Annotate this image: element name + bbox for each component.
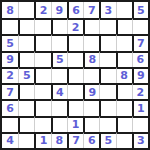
cell-r2c8[interactable] [116, 18, 132, 34]
cell-r6c3[interactable] [34, 83, 50, 99]
cell-r1c1[interactable]: 8 [2, 2, 18, 18]
cell-r6c2[interactable] [18, 83, 34, 99]
cell-r8c2[interactable] [18, 116, 34, 132]
cell-r9c2[interactable] [18, 132, 34, 148]
cell-r1c5[interactable]: 6 [67, 2, 83, 18]
cell-r7c7[interactable] [99, 99, 115, 115]
cell-r1c7[interactable]: 3 [99, 2, 115, 18]
cell-r7c8[interactable] [116, 99, 132, 115]
cell-r7c2[interactable] [18, 99, 34, 115]
cell-r3c3[interactable] [34, 34, 50, 50]
cell-r9c1[interactable]: 4 [2, 132, 18, 148]
cell-r8c9[interactable] [132, 116, 148, 132]
cell-r3c5[interactable] [67, 34, 83, 50]
cell-r7c4[interactable] [51, 99, 67, 115]
cell-r4c5[interactable] [67, 51, 83, 67]
cell-r8c3[interactable] [34, 116, 50, 132]
cell-r4c7[interactable] [99, 51, 115, 67]
cell-r6c7[interactable] [99, 83, 115, 99]
cell-r1c2[interactable] [18, 2, 34, 18]
cell-r5c7[interactable] [99, 67, 115, 83]
cell-r9c5[interactable]: 7 [67, 132, 83, 148]
cell-r2c2[interactable] [18, 18, 34, 34]
cell-r1c6[interactable]: 7 [83, 2, 99, 18]
cell-r8c1[interactable] [2, 116, 18, 132]
cell-r1c4[interactable]: 9 [51, 2, 67, 18]
cell-r6c4[interactable]: 4 [51, 83, 67, 99]
cell-r5c6[interactable] [83, 67, 99, 83]
cell-r8c6[interactable] [83, 116, 99, 132]
cell-r2c7[interactable] [99, 18, 115, 34]
cell-r9c8[interactable] [116, 132, 132, 148]
cell-r2c4[interactable] [51, 18, 67, 34]
cell-r1c8[interactable] [116, 2, 132, 18]
cell-r7c9[interactable]: 1 [132, 99, 148, 115]
cell-r8c5[interactable]: 1 [67, 116, 83, 132]
cell-r9c4[interactable]: 8 [51, 132, 67, 148]
cell-r4c6[interactable]: 8 [83, 51, 99, 67]
cell-r2c9[interactable] [132, 18, 148, 34]
cell-r5c8[interactable]: 8 [116, 67, 132, 83]
cell-r8c4[interactable] [51, 116, 67, 132]
cell-r4c8[interactable] [116, 51, 132, 67]
cell-r3c1[interactable]: 5 [2, 34, 18, 50]
cell-r7c5[interactable] [67, 99, 83, 115]
cell-r5c1[interactable]: 2 [2, 67, 18, 83]
cell-r8c8[interactable] [116, 116, 132, 132]
cell-r3c6[interactable] [83, 34, 99, 50]
cell-r9c3[interactable]: 1 [34, 132, 50, 148]
cell-r7c3[interactable] [34, 99, 50, 115]
cell-r4c9[interactable]: 6 [132, 51, 148, 67]
cell-r2c5[interactable]: 2 [67, 18, 83, 34]
cell-r9c9[interactable]: 3 [132, 132, 148, 148]
cell-r4c1[interactable]: 9 [2, 51, 18, 67]
cell-r7c1[interactable]: 6 [2, 99, 18, 115]
cell-r3c8[interactable] [116, 34, 132, 50]
cell-r6c5[interactable] [67, 83, 83, 99]
cell-r3c4[interactable] [51, 34, 67, 50]
cell-r1c3[interactable]: 2 [34, 2, 50, 18]
cell-r5c3[interactable] [34, 67, 50, 83]
cell-r9c7[interactable]: 5 [99, 132, 115, 148]
cell-r4c4[interactable]: 5 [51, 51, 67, 67]
cell-r3c2[interactable] [18, 34, 34, 50]
cell-r3c7[interactable] [99, 34, 115, 50]
cell-r4c3[interactable] [34, 51, 50, 67]
cell-r7c6[interactable] [83, 99, 99, 115]
cell-r5c5[interactable] [67, 67, 83, 83]
cell-r6c9[interactable]: 2 [132, 83, 148, 99]
cell-r5c9[interactable]: 9 [132, 67, 148, 83]
cell-r5c4[interactable] [51, 67, 67, 83]
cell-r8c7[interactable] [99, 116, 115, 132]
cell-r2c1[interactable] [2, 18, 18, 34]
cell-r3c9[interactable]: 7 [132, 34, 148, 50]
cell-r2c3[interactable] [34, 18, 50, 34]
cell-r5c2[interactable]: 5 [18, 67, 34, 83]
cell-r6c1[interactable]: 7 [2, 83, 18, 99]
cell-r6c6[interactable]: 9 [83, 83, 99, 99]
cell-r1c9[interactable]: 5 [132, 2, 148, 18]
cell-r2c6[interactable] [83, 18, 99, 34]
sudoku-board: 82967352579586258974926114187653 [0, 0, 150, 150]
cell-r4c2[interactable] [18, 51, 34, 67]
cell-r9c6[interactable]: 6 [83, 132, 99, 148]
cell-r6c8[interactable] [116, 83, 132, 99]
